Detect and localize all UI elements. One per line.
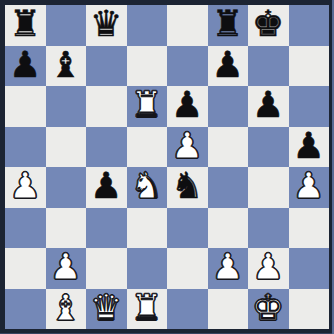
square-c8[interactable]: ♛ xyxy=(86,5,127,46)
square-d8[interactable] xyxy=(127,5,168,46)
square-h6[interactable] xyxy=(289,86,330,127)
square-f5[interactable] xyxy=(208,127,249,168)
black-queen-icon[interactable]: ♛ xyxy=(90,6,122,42)
square-f6[interactable] xyxy=(208,86,249,127)
square-a8[interactable]: ♜ xyxy=(5,5,46,46)
square-b4[interactable] xyxy=(46,167,87,208)
black-bishop-icon[interactable]: ♝ xyxy=(50,47,82,83)
square-g7[interactable] xyxy=(248,46,289,87)
square-e5[interactable]: ♟ xyxy=(167,127,208,168)
white-king-icon[interactable]: ♚ xyxy=(252,290,284,326)
board-frame: ♜♛♜♚♟♝♟♜♟♟♟♟♟♟♞♞♟♟♟♟♝♛♜♚ xyxy=(0,0,334,334)
square-f3[interactable] xyxy=(208,208,249,249)
square-f1[interactable] xyxy=(208,289,249,330)
square-d2[interactable] xyxy=(127,248,168,289)
square-g3[interactable] xyxy=(248,208,289,249)
square-g8[interactable]: ♚ xyxy=(248,5,289,46)
black-pawn-icon[interactable]: ♟ xyxy=(293,128,325,164)
square-e6[interactable]: ♟ xyxy=(167,86,208,127)
square-g1[interactable]: ♚ xyxy=(248,289,289,330)
square-b5[interactable] xyxy=(46,127,87,168)
square-f2[interactable]: ♟ xyxy=(208,248,249,289)
square-h2[interactable] xyxy=(289,248,330,289)
square-c1[interactable]: ♛ xyxy=(86,289,127,330)
square-a7[interactable]: ♟ xyxy=(5,46,46,87)
square-c4[interactable]: ♟ xyxy=(86,167,127,208)
square-h7[interactable] xyxy=(289,46,330,87)
white-pawn-icon[interactable]: ♟ xyxy=(50,249,82,285)
square-e3[interactable] xyxy=(167,208,208,249)
square-d1[interactable]: ♜ xyxy=(127,289,168,330)
black-king-icon[interactable]: ♚ xyxy=(252,6,284,42)
square-g2[interactable]: ♟ xyxy=(248,248,289,289)
white-queen-icon[interactable]: ♛ xyxy=(90,290,122,326)
square-b2[interactable]: ♟ xyxy=(46,248,87,289)
square-g4[interactable] xyxy=(248,167,289,208)
square-f7[interactable]: ♟ xyxy=(208,46,249,87)
square-b8[interactable] xyxy=(46,5,87,46)
square-e4[interactable]: ♞ xyxy=(167,167,208,208)
square-d5[interactable] xyxy=(127,127,168,168)
square-h8[interactable] xyxy=(289,5,330,46)
black-rook-icon[interactable]: ♜ xyxy=(212,6,244,42)
white-pawn-icon[interactable]: ♟ xyxy=(293,168,325,204)
square-e1[interactable] xyxy=(167,289,208,330)
chess-board: ♜♛♜♚♟♝♟♜♟♟♟♟♟♟♞♞♟♟♟♟♝♛♜♚ xyxy=(5,5,329,329)
white-rook-icon[interactable]: ♜ xyxy=(131,290,163,326)
black-pawn-icon[interactable]: ♟ xyxy=(9,47,41,83)
square-b3[interactable] xyxy=(46,208,87,249)
square-d7[interactable] xyxy=(127,46,168,87)
square-b7[interactable]: ♝ xyxy=(46,46,87,87)
square-g5[interactable] xyxy=(248,127,289,168)
square-f8[interactable]: ♜ xyxy=(208,5,249,46)
square-c5[interactable] xyxy=(86,127,127,168)
square-a2[interactable] xyxy=(5,248,46,289)
square-d6[interactable]: ♜ xyxy=(127,86,168,127)
square-c2[interactable] xyxy=(86,248,127,289)
square-a6[interactable] xyxy=(5,86,46,127)
square-a5[interactable] xyxy=(5,127,46,168)
white-bishop-icon[interactable]: ♝ xyxy=(50,290,82,326)
square-h4[interactable]: ♟ xyxy=(289,167,330,208)
square-c7[interactable] xyxy=(86,46,127,87)
square-e8[interactable] xyxy=(167,5,208,46)
square-c3[interactable] xyxy=(86,208,127,249)
square-b6[interactable] xyxy=(46,86,87,127)
white-knight-icon[interactable]: ♞ xyxy=(131,168,163,204)
square-c6[interactable] xyxy=(86,86,127,127)
square-e2[interactable] xyxy=(167,248,208,289)
square-a3[interactable] xyxy=(5,208,46,249)
black-rook-icon[interactable]: ♜ xyxy=(9,6,41,42)
square-a4[interactable]: ♟ xyxy=(5,167,46,208)
square-h5[interactable]: ♟ xyxy=(289,127,330,168)
square-b1[interactable]: ♝ xyxy=(46,289,87,330)
square-d3[interactable] xyxy=(127,208,168,249)
square-d4[interactable]: ♞ xyxy=(127,167,168,208)
white-rook-icon[interactable]: ♜ xyxy=(131,87,163,123)
square-f4[interactable] xyxy=(208,167,249,208)
square-g6[interactable]: ♟ xyxy=(248,86,289,127)
black-pawn-icon[interactable]: ♟ xyxy=(171,87,203,123)
square-e7[interactable] xyxy=(167,46,208,87)
white-pawn-icon[interactable]: ♟ xyxy=(9,168,41,204)
black-pawn-icon[interactable]: ♟ xyxy=(90,168,122,204)
white-pawn-icon[interactable]: ♟ xyxy=(252,249,284,285)
white-pawn-icon[interactable]: ♟ xyxy=(212,249,244,285)
white-pawn-icon[interactable]: ♟ xyxy=(171,128,203,164)
square-a1[interactable] xyxy=(5,289,46,330)
black-knight-icon[interactable]: ♞ xyxy=(171,168,203,204)
square-h1[interactable] xyxy=(289,289,330,330)
black-pawn-icon[interactable]: ♟ xyxy=(252,87,284,123)
black-pawn-icon[interactable]: ♟ xyxy=(212,47,244,83)
square-h3[interactable] xyxy=(289,208,330,249)
